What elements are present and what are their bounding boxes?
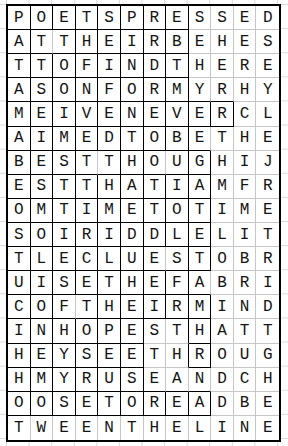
grid-cell-r4c5[interactable]: F xyxy=(98,78,121,102)
grid-cell-r6c7[interactable]: O xyxy=(144,127,167,151)
grid-cell-r14c1[interactable]: I xyxy=(8,319,31,343)
grid-cell-r18c7[interactable]: H xyxy=(144,416,167,440)
grid-cell-r11c6[interactable]: U xyxy=(121,247,144,271)
grid-cell-r8c8[interactable]: I xyxy=(166,175,189,199)
grid-cell-r15c5[interactable]: E xyxy=(98,344,121,368)
grid-cell-r10c12[interactable]: T xyxy=(256,223,279,247)
grid-cell-r14c6[interactable]: E xyxy=(121,319,144,343)
grid-cell-r17c6[interactable]: O xyxy=(121,392,144,416)
grid-cell-r13c8[interactable]: R xyxy=(166,295,189,319)
grid-cell-r13c7[interactable]: I xyxy=(144,295,167,319)
grid-cell-r2c9[interactable]: E xyxy=(189,30,212,54)
grid-cell-r8c5[interactable]: H xyxy=(98,175,121,199)
grid-cell-r3c9[interactable]: H xyxy=(189,54,212,78)
grid-cell-r12c1[interactable]: U xyxy=(8,271,31,295)
grid-cell-r6c8[interactable]: B xyxy=(166,127,189,151)
grid-cell-r16c7[interactable]: E xyxy=(144,368,167,392)
grid-cell-r10c9[interactable]: E xyxy=(189,223,212,247)
grid-cell-r4c3[interactable]: O xyxy=(53,78,76,102)
grid-cell-r1c11[interactable]: E xyxy=(234,6,257,30)
grid-cell-r11c8[interactable]: S xyxy=(166,247,189,271)
grid-cell-r9c8[interactable]: O xyxy=(166,199,189,223)
grid-cell-r1c7[interactable]: R xyxy=(144,6,167,30)
grid-cell-r1c2[interactable]: O xyxy=(31,6,54,30)
grid-cell-r15c1[interactable]: H xyxy=(8,344,31,368)
grid-cell-r7c6[interactable]: H xyxy=(121,151,144,175)
grid-cell-r5c2[interactable]: E xyxy=(31,102,54,126)
grid-cell-r6c2[interactable]: I xyxy=(31,127,54,151)
grid-cell-r8c3[interactable]: T xyxy=(53,175,76,199)
grid-cell-r12c4[interactable]: E xyxy=(76,271,99,295)
grid-cell-r11c12[interactable]: R xyxy=(256,247,279,271)
grid-cell-r15c3[interactable]: Y xyxy=(53,344,76,368)
grid-cell-r9c12[interactable]: E xyxy=(256,199,279,223)
grid-cell-r15c2[interactable]: E xyxy=(31,344,54,368)
grid-cell-r2c8[interactable]: B xyxy=(166,30,189,54)
grid-cell-r3c1[interactable]: T xyxy=(8,54,31,78)
grid-cell-r12c9[interactable]: A xyxy=(189,271,212,295)
grid-cell-r18c12[interactable]: E xyxy=(256,416,279,440)
grid-cell-r8c9[interactable]: A xyxy=(189,175,212,199)
grid-cell-r8c1[interactable]: E xyxy=(8,175,31,199)
grid-cell-r17c3[interactable]: S xyxy=(53,392,76,416)
grid-cell-r7c11[interactable]: I xyxy=(234,151,257,175)
grid-cell-r9c10[interactable]: I xyxy=(211,199,234,223)
grid-cell-r9c2[interactable]: M xyxy=(31,199,54,223)
grid-cell-r10c2[interactable]: O xyxy=(31,223,54,247)
grid-cell-r14c8[interactable]: T xyxy=(166,319,189,343)
grid-cell-r9c4[interactable]: I xyxy=(76,199,99,223)
grid-cell-r14c5[interactable]: P xyxy=(98,319,121,343)
grid-cell-r6c5[interactable]: D xyxy=(98,127,121,151)
grid-cell-r9c3[interactable]: T xyxy=(53,199,76,223)
grid-cell-r10c5[interactable]: I xyxy=(98,223,121,247)
grid-cell-r17c4[interactable]: E xyxy=(76,392,99,416)
grid-cell-r3c7[interactable]: D xyxy=(144,54,167,78)
grid-cell-r9c1[interactable]: O xyxy=(8,199,31,223)
grid-cell-r6c4[interactable]: E xyxy=(76,127,99,151)
grid-cell-r10c10[interactable]: L xyxy=(211,223,234,247)
grid-cell-r10c8[interactable]: L xyxy=(166,223,189,247)
grid-cell-r13c5[interactable]: H xyxy=(98,295,121,319)
grid-cell-r11c1[interactable]: T xyxy=(8,247,31,271)
grid-cell-r10c7[interactable]: D xyxy=(144,223,167,247)
grid-cell-r6c10[interactable]: T xyxy=(211,127,234,151)
grid-cell-r8c12[interactable]: R xyxy=(256,175,279,199)
grid-cell-r3c5[interactable]: I xyxy=(98,54,121,78)
grid-cell-r14c4[interactable]: O xyxy=(76,319,99,343)
grid-cell-r3c8[interactable]: T xyxy=(166,54,189,78)
grid-cell-r11c4[interactable]: C xyxy=(76,247,99,271)
grid-cell-r2c5[interactable]: E xyxy=(98,30,121,54)
grid-cell-r14c2[interactable]: N xyxy=(31,319,54,343)
grid-cell-r13c2[interactable]: O xyxy=(31,295,54,319)
grid-cell-r14c12[interactable]: T xyxy=(256,319,279,343)
grid-cell-r8c11[interactable]: F xyxy=(234,175,257,199)
grid-cell-r16c5[interactable]: U xyxy=(98,368,121,392)
grid-cell-r17c11[interactable]: B xyxy=(234,392,257,416)
grid-cell-r6c6[interactable]: T xyxy=(121,127,144,151)
grid-cell-r5c12[interactable]: L xyxy=(256,102,279,126)
grid-cell-r7c1[interactable]: B xyxy=(8,151,31,175)
grid-cell-r2c7[interactable]: R xyxy=(144,30,167,54)
grid-cell-r6c1[interactable]: A xyxy=(8,127,31,151)
grid-cell-r12c3[interactable]: S xyxy=(53,271,76,295)
grid-cell-r1c3[interactable]: E xyxy=(53,6,76,30)
grid-cell-r7c4[interactable]: T xyxy=(76,151,99,175)
grid-cell-r1c10[interactable]: S xyxy=(211,6,234,30)
grid-cell-r1c12[interactable]: D xyxy=(256,6,279,30)
grid-cell-r1c4[interactable]: T xyxy=(76,6,99,30)
grid-cell-r11c11[interactable]: B xyxy=(234,247,257,271)
grid-cell-r3c10[interactable]: E xyxy=(211,54,234,78)
grid-cell-r13c6[interactable]: E xyxy=(121,295,144,319)
grid-cell-r4c6[interactable]: O xyxy=(121,78,144,102)
grid-cell-r1c9[interactable]: S xyxy=(189,6,212,30)
grid-cell-r16c11[interactable]: C xyxy=(234,368,257,392)
grid-cell-r5c10[interactable]: R xyxy=(211,102,234,126)
grid-cell-r12c10[interactable]: B xyxy=(211,271,234,295)
grid-cell-r6c9[interactable]: E xyxy=(189,127,212,151)
grid-cell-r18c8[interactable]: E xyxy=(166,416,189,440)
grid-cell-r4c1[interactable]: A xyxy=(8,78,31,102)
grid-cell-r16c4[interactable]: R xyxy=(76,368,99,392)
grid-cell-r17c8[interactable]: E xyxy=(166,392,189,416)
grid-cell-r5c3[interactable]: I xyxy=(53,102,76,126)
grid-cell-r2c6[interactable]: I xyxy=(121,30,144,54)
grid-cell-r7c2[interactable]: E xyxy=(31,151,54,175)
grid-cell-r8c6[interactable]: A xyxy=(121,175,144,199)
grid-cell-r14c9[interactable]: H xyxy=(189,319,212,343)
grid-cell-r17c12[interactable]: E xyxy=(256,392,279,416)
grid-cell-r8c10[interactable]: M xyxy=(211,175,234,199)
grid-cell-r10c3[interactable]: I xyxy=(53,223,76,247)
grid-cell-r16c2[interactable]: M xyxy=(31,368,54,392)
grid-cell-r15c12[interactable]: G xyxy=(256,344,279,368)
grid-cell-r3c6[interactable]: N xyxy=(121,54,144,78)
grid-cell-r15c6[interactable]: E xyxy=(121,344,144,368)
grid-cell-r7c5[interactable]: T xyxy=(98,151,121,175)
grid-cell-r3c4[interactable]: F xyxy=(76,54,99,78)
grid-cell-r3c3[interactable]: O xyxy=(53,54,76,78)
grid-cell-r15c10[interactable]: O xyxy=(211,344,234,368)
grid-cell-r2c2[interactable]: T xyxy=(31,30,54,54)
grid-cell-r14c7[interactable]: S xyxy=(144,319,167,343)
grid-cell-r18c11[interactable]: N xyxy=(234,416,257,440)
grid-cell-r9c9[interactable]: T xyxy=(189,199,212,223)
grid-cell-r2c4[interactable]: H xyxy=(76,30,99,54)
grid-cell-r6c11[interactable]: H xyxy=(234,127,257,151)
grid-cell-r9c7[interactable]: T xyxy=(144,199,167,223)
grid-cell-r15c7[interactable]: T xyxy=(144,344,167,368)
grid-cell-r18c4[interactable]: E xyxy=(76,416,99,440)
grid-cell-r3c11[interactable]: R xyxy=(234,54,257,78)
grid-cell-r4c11[interactable]: H xyxy=(234,78,257,102)
grid-cell-r14c10[interactable]: A xyxy=(211,319,234,343)
grid-cell-r5c4[interactable]: V xyxy=(76,102,99,126)
grid-cell-r13c1[interactable]: C xyxy=(8,295,31,319)
grid-cell-r11c9[interactable]: T xyxy=(189,247,212,271)
grid-cell-r16c9[interactable]: N xyxy=(189,368,212,392)
grid-cell-r13c3[interactable]: F xyxy=(53,295,76,319)
grid-cell-r12c2[interactable]: I xyxy=(31,271,54,295)
puzzle-grid: POETSPRESSEDATTHEIRBEHESTTOFINDTHEREASON… xyxy=(6,4,281,442)
grid-cell-r5c11[interactable]: C xyxy=(234,102,257,126)
grid-cell-r12c6[interactable]: H xyxy=(121,271,144,295)
grid-cell-r5c9[interactable]: E xyxy=(189,102,212,126)
grid-cell-r12c8[interactable]: F xyxy=(166,271,189,295)
grid-cell-r16c8[interactable]: A xyxy=(166,368,189,392)
grid-cell-r1c6[interactable]: P xyxy=(121,6,144,30)
grid-cell-r7c3[interactable]: S xyxy=(53,151,76,175)
grid-cell-r18c5[interactable]: N xyxy=(98,416,121,440)
grid-cell-r14c3[interactable]: H xyxy=(53,319,76,343)
grid-cell-r4c10[interactable]: R xyxy=(211,78,234,102)
grid-cell-r18c3[interactable]: E xyxy=(53,416,76,440)
grid-cell-r18c6[interactable]: T xyxy=(121,416,144,440)
grid-cell-r1c1[interactable]: P xyxy=(8,6,31,30)
grid-cell-r9c11[interactable]: M xyxy=(234,199,257,223)
grid-cell-r15c4[interactable]: S xyxy=(76,344,99,368)
grid-cell-r3c12[interactable]: E xyxy=(256,54,279,78)
grid-cell-r9c6[interactable]: E xyxy=(121,199,144,223)
grid-cell-r18c9[interactable]: L xyxy=(189,416,212,440)
grid-cell-r12c12[interactable]: I xyxy=(256,271,279,295)
grid-cell-r17c9[interactable]: A xyxy=(189,392,212,416)
grid-cell-r10c6[interactable]: D xyxy=(121,223,144,247)
grid-cell-r2c1[interactable]: A xyxy=(8,30,31,54)
grid-cell-r12c5[interactable]: T xyxy=(98,271,121,295)
grid-cell-r1c8[interactable]: E xyxy=(166,6,189,30)
grid-cell-r18c10[interactable]: I xyxy=(211,416,234,440)
grid-cell-r11c10[interactable]: O xyxy=(211,247,234,271)
grid-cell-r10c1[interactable]: S xyxy=(8,223,31,247)
grid-cell-r13c4[interactable]: T xyxy=(76,295,99,319)
grid-cell-r11c3[interactable]: E xyxy=(53,247,76,271)
grid-cell-r18c1[interactable]: T xyxy=(8,416,31,440)
grid-cell-r6c3[interactable]: M xyxy=(53,127,76,151)
grid-cell-r7c8[interactable]: U xyxy=(166,151,189,175)
grid-cell-r5c8[interactable]: V xyxy=(166,102,189,126)
grid-cell-r4c7[interactable]: R xyxy=(144,78,167,102)
grid-cell-r5c7[interactable]: E xyxy=(144,102,167,126)
grid-cell-r17c5[interactable]: T xyxy=(98,392,121,416)
grid-cell-r18c2[interactable]: W xyxy=(31,416,54,440)
grid-cell-r4c9[interactable]: Y xyxy=(189,78,212,102)
grid-cell-r4c8[interactable]: M xyxy=(166,78,189,102)
grid-cell-r12c7[interactable]: E xyxy=(144,271,167,295)
grid-cell-r2c3[interactable]: T xyxy=(53,30,76,54)
grid-cell-r7c12[interactable]: J xyxy=(256,151,279,175)
grid-cell-r15c9[interactable]: R xyxy=(189,344,212,368)
grid-cell-r13c10[interactable]: I xyxy=(211,295,234,319)
grid-cell-r8c2[interactable]: S xyxy=(31,175,54,199)
grid-cell-r12c11[interactable]: R xyxy=(234,271,257,295)
grid-cell-r13c12[interactable]: D xyxy=(256,295,279,319)
grid-cell-r16c12[interactable]: H xyxy=(256,368,279,392)
grid-cell-r4c2[interactable]: S xyxy=(31,78,54,102)
grid-cell-r11c7[interactable]: E xyxy=(144,247,167,271)
grid-cell-r8c7[interactable]: T xyxy=(144,175,167,199)
grid-cell-r16c3[interactable]: Y xyxy=(53,368,76,392)
grid-cell-r2c10[interactable]: H xyxy=(211,30,234,54)
grid-cell-r7c9[interactable]: G xyxy=(189,151,212,175)
grid-cell-r13c9[interactable]: M xyxy=(189,295,212,319)
grid-cell-r4c12[interactable]: Y xyxy=(256,78,279,102)
grid-cell-r2c12[interactable]: S xyxy=(256,30,279,54)
grid-cell-r5c1[interactable]: M xyxy=(8,102,31,126)
grid-cell-r5c6[interactable]: N xyxy=(121,102,144,126)
grid-cell-r7c7[interactable]: O xyxy=(144,151,167,175)
grid-cell-r10c4[interactable]: R xyxy=(76,223,99,247)
grid-cell-r9c5[interactable]: M xyxy=(98,199,121,223)
grid-cell-r11c2[interactable]: L xyxy=(31,247,54,271)
grid-cell-r16c6[interactable]: S xyxy=(121,368,144,392)
grid-cell-r4c4[interactable]: N xyxy=(76,78,99,102)
grid-cell-r5c5[interactable]: E xyxy=(98,102,121,126)
grid-cell-r15c8[interactable]: H xyxy=(166,344,189,368)
grid-cell-r17c1[interactable]: O xyxy=(8,392,31,416)
grid-cell-r17c7[interactable]: R xyxy=(144,392,167,416)
grid-cell-r14c11[interactable]: T xyxy=(234,319,257,343)
grid-cell-r6c12[interactable]: E xyxy=(256,127,279,151)
grid-cell-r11c5[interactable]: L xyxy=(98,247,121,271)
grid-cell-r17c10[interactable]: D xyxy=(211,392,234,416)
grid-cell-r13c11[interactable]: N xyxy=(234,295,257,319)
grid-cell-r10c11[interactable]: I xyxy=(234,223,257,247)
grid-cell-r2c11[interactable]: E xyxy=(234,30,257,54)
grid-cell-r17c2[interactable]: O xyxy=(31,392,54,416)
grid-cell-r8c4[interactable]: T xyxy=(76,175,99,199)
grid-cell-r16c1[interactable]: H xyxy=(8,368,31,392)
grid-cell-r1c5[interactable]: S xyxy=(98,6,121,30)
grid-cell-r3c2[interactable]: T xyxy=(31,54,54,78)
grid-cell-r7c10[interactable]: H xyxy=(211,151,234,175)
grid-cell-r15c11[interactable]: U xyxy=(234,344,257,368)
grid-cell-r16c10[interactable]: D xyxy=(211,368,234,392)
